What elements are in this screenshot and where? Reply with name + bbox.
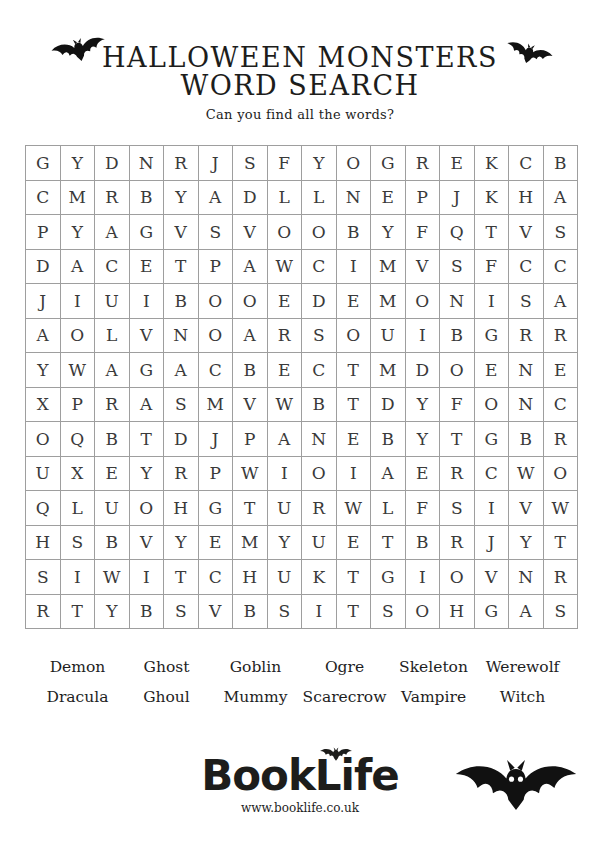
- grid-cell-r5c12[interactable]: O: [406, 284, 441, 319]
- grid-cell-r9c8[interactable]: A: [268, 422, 303, 457]
- grid-cell-r10c4[interactable]: Y: [130, 457, 165, 492]
- word-list-item: Werewolf: [478, 658, 567, 677]
- grid-cell-r2c11[interactable]: E: [371, 181, 406, 216]
- grid-cell-r3c12[interactable]: F: [406, 215, 441, 250]
- word-list-item: Mummy: [211, 688, 300, 707]
- grid-cell-r7c5[interactable]: A: [164, 353, 199, 388]
- grid-cell-r11c10[interactable]: W: [337, 491, 372, 526]
- grid-cell-r10c14[interactable]: C: [475, 457, 510, 492]
- grid-cell-r14c13[interactable]: H: [440, 595, 475, 630]
- grid-cell-r14c3[interactable]: Y: [95, 595, 130, 630]
- grid-cell-r4c15[interactable]: C: [509, 250, 544, 285]
- grid-cell-r11c5[interactable]: H: [164, 491, 199, 526]
- grid-cell-r8c16[interactable]: C: [544, 388, 579, 423]
- grid-cell-r5c10[interactable]: E: [337, 284, 372, 319]
- grid-cell-r1c4[interactable]: N: [130, 146, 165, 181]
- grid-cell-r9c5[interactable]: D: [164, 422, 199, 457]
- grid-cell-r9c9[interactable]: N: [302, 422, 337, 457]
- grid-cell-r8c9[interactable]: B: [302, 388, 337, 423]
- grid-cell-r13c11[interactable]: G: [371, 560, 406, 595]
- grid-cell-r4c14[interactable]: F: [475, 250, 510, 285]
- grid-cell-r3c6[interactable]: S: [199, 215, 234, 250]
- grid-cell-r3c15[interactable]: V: [509, 215, 544, 250]
- grid-cell-r10c11[interactable]: A: [371, 457, 406, 492]
- grid-cell-r7c9[interactable]: C: [302, 353, 337, 388]
- grid-cell-r8c11[interactable]: D: [371, 388, 406, 423]
- page-title-line2: WORD SEARCH: [0, 72, 600, 100]
- grid-cell-r14c1[interactable]: R: [26, 595, 61, 630]
- grid-cell-r5c14[interactable]: I: [475, 284, 510, 319]
- grid-cell-r10c13[interactable]: R: [440, 457, 475, 492]
- grid-cell-r5c9[interactable]: D: [302, 284, 337, 319]
- word-list-item: Skeleton: [389, 658, 478, 677]
- grid-cell-r10c2[interactable]: X: [61, 457, 96, 492]
- grid-cell-r6c1[interactable]: A: [26, 319, 61, 354]
- page-title-line1: HALLOWEEN MONSTERS: [0, 44, 600, 72]
- grid-cell-r2c7[interactable]: D: [233, 181, 268, 216]
- grid-cell-r7c15[interactable]: N: [509, 353, 544, 388]
- grid-cell-r5c11[interactable]: M: [371, 284, 406, 319]
- grid-cell-r10c16[interactable]: O: [544, 457, 579, 492]
- word-list-item: Ghost: [122, 658, 211, 677]
- page-subtitle: Can you find all the words?: [0, 107, 600, 122]
- grid-cell-r11c12[interactable]: F: [406, 491, 441, 526]
- grid-cell-r7c7[interactable]: B: [233, 353, 268, 388]
- grid-cell-r5c3[interactable]: U: [95, 284, 130, 319]
- grid-cell-r7c13[interactable]: O: [440, 353, 475, 388]
- grid-cell-r8c14[interactable]: O: [475, 388, 510, 423]
- grid-cell-r5c15[interactable]: S: [509, 284, 544, 319]
- grid-cell-r6c11[interactable]: U: [371, 319, 406, 354]
- grid-cell-r8c10[interactable]: T: [337, 388, 372, 423]
- grid-cell-r3c5[interactable]: V: [164, 215, 199, 250]
- grid-cell-r12c9[interactable]: U: [302, 526, 337, 561]
- grid-cell-r9c12[interactable]: Y: [406, 422, 441, 457]
- grid-cell-r9c15[interactable]: B: [509, 422, 544, 457]
- grid-cell-r3c11[interactable]: Y: [371, 215, 406, 250]
- grid-cell-r8c13[interactable]: F: [440, 388, 475, 423]
- grid-cell-r6c3[interactable]: L: [95, 319, 130, 354]
- grid-cell-r1c12[interactable]: R: [406, 146, 441, 181]
- word-list-item: Vampire: [389, 688, 478, 707]
- grid-cell-r10c15[interactable]: W: [509, 457, 544, 492]
- grid-cell-r7c4[interactable]: G: [130, 353, 165, 388]
- grid-cell-r5c16[interactable]: A: [544, 284, 579, 319]
- word-list-item: Dracula: [33, 688, 122, 707]
- grid-cell-r11c2[interactable]: L: [61, 491, 96, 526]
- grid-cell-r12c11[interactable]: T: [371, 526, 406, 561]
- grid-cell-r9c2[interactable]: Q: [61, 422, 96, 457]
- word-list-item: Ogre: [300, 658, 389, 677]
- grid-cell-r6c9[interactable]: S: [302, 319, 337, 354]
- bat-icon-bottom-right: [452, 751, 580, 815]
- grid-cell-r13c4[interactable]: I: [130, 560, 165, 595]
- grid-cell-r10c3[interactable]: E: [95, 457, 130, 492]
- grid-cell-r7c1[interactable]: Y: [26, 353, 61, 388]
- grid-cell-r8c7[interactable]: V: [233, 388, 268, 423]
- grid-cell-r3c1[interactable]: P: [26, 215, 61, 250]
- grid-cell-r4c13[interactable]: S: [440, 250, 475, 285]
- grid-cell-r6c13[interactable]: B: [440, 319, 475, 354]
- grid-cell-r7c6[interactable]: C: [199, 353, 234, 388]
- grid-cell-r3c9[interactable]: O: [302, 215, 337, 250]
- grid-cell-r2c12[interactable]: P: [406, 181, 441, 216]
- grid-cell-r1c16[interactable]: B: [544, 146, 579, 181]
- grid-cell-r1c8[interactable]: F: [268, 146, 303, 181]
- header: HALLOWEEN MONSTERS WORD SEARCH Can you f…: [0, 44, 600, 122]
- grid-cell-r5c6[interactable]: O: [199, 284, 234, 319]
- grid-cell-r4c11[interactable]: M: [371, 250, 406, 285]
- grid-cell-r12c16[interactable]: T: [544, 526, 579, 561]
- grid-cell-r10c6[interactable]: P: [199, 457, 234, 492]
- grid-cell-r2c4[interactable]: B: [130, 181, 165, 216]
- grid-cell-r14c7[interactable]: B: [233, 595, 268, 630]
- grid-cell-r12c12[interactable]: B: [406, 526, 441, 561]
- grid-cell-r2c10[interactable]: N: [337, 181, 372, 216]
- grid-cell-r6c5[interactable]: N: [164, 319, 199, 354]
- grid-cell-r8c1[interactable]: X: [26, 388, 61, 423]
- grid-cell-r2c15[interactable]: H: [509, 181, 544, 216]
- grid-cell-r7c3[interactable]: A: [95, 353, 130, 388]
- grid-cell-r1c15[interactable]: C: [509, 146, 544, 181]
- grid-cell-r13c10[interactable]: T: [337, 560, 372, 595]
- grid-cell-r13c8[interactable]: U: [268, 560, 303, 595]
- grid-cell-r2c1[interactable]: C: [26, 181, 61, 216]
- grid-cell-r6c14[interactable]: G: [475, 319, 510, 354]
- word-list-item: Ghoul: [122, 688, 211, 707]
- grid-cell-r7c12[interactable]: D: [406, 353, 441, 388]
- grid-cell-r12c3[interactable]: B: [95, 526, 130, 561]
- grid-cell-r4c1[interactable]: D: [26, 250, 61, 285]
- grid-cell-r11c15[interactable]: V: [509, 491, 544, 526]
- grid-cell-r9c4[interactable]: T: [130, 422, 165, 457]
- grid-cell-r11c1[interactable]: Q: [26, 491, 61, 526]
- grid-cell-r5c7[interactable]: O: [233, 284, 268, 319]
- grid-cell-r3c4[interactable]: G: [130, 215, 165, 250]
- grid-cell-r1c2[interactable]: Y: [61, 146, 96, 181]
- worksheet-page: HALLOWEEN MONSTERS WORD SEARCH Can you f…: [0, 0, 600, 848]
- grid-cell-r12c13[interactable]: R: [440, 526, 475, 561]
- grid-cell-r2c9[interactable]: L: [302, 181, 337, 216]
- bat-icon-logo: [316, 745, 356, 762]
- grid-cell-r14c16[interactable]: S: [544, 595, 579, 630]
- grid-cell-r12c14[interactable]: J: [475, 526, 510, 561]
- grid-cell-r4c6[interactable]: P: [199, 250, 234, 285]
- grid-cell-r11c3[interactable]: U: [95, 491, 130, 526]
- grid-cell-r5c2[interactable]: I: [61, 284, 96, 319]
- grid-cell-r14c11[interactable]: S: [371, 595, 406, 630]
- grid-cell-r10c5[interactable]: R: [164, 457, 199, 492]
- grid-cell-r13c9[interactable]: K: [302, 560, 337, 595]
- grid-cell-r13c16[interactable]: R: [544, 560, 579, 595]
- grid-cell-r13c13[interactable]: O: [440, 560, 475, 595]
- grid-cell-r11c4[interactable]: O: [130, 491, 165, 526]
- grid-cell-r1c13[interactable]: E: [440, 146, 475, 181]
- grid-cell-r9c7[interactable]: P: [233, 422, 268, 457]
- grid-cell-r1c3[interactable]: D: [95, 146, 130, 181]
- grid-cell-r14c6[interactable]: V: [199, 595, 234, 630]
- grid-cell-r9c14[interactable]: G: [475, 422, 510, 457]
- grid-cell-r12c8[interactable]: Y: [268, 526, 303, 561]
- grid-cell-r1c14[interactable]: K: [475, 146, 510, 181]
- grid-cell-r1c7[interactable]: S: [233, 146, 268, 181]
- grid-cell-r8c3[interactable]: R: [95, 388, 130, 423]
- grid-cell-r10c10[interactable]: I: [337, 457, 372, 492]
- word-list-item: Demon: [33, 658, 122, 677]
- grid-cell-r13c15[interactable]: N: [509, 560, 544, 595]
- grid-cell-r7c8[interactable]: E: [268, 353, 303, 388]
- grid-cell-r10c9[interactable]: O: [302, 457, 337, 492]
- grid-cell-r6c10[interactable]: O: [337, 319, 372, 354]
- grid-cell-r1c9[interactable]: Y: [302, 146, 337, 181]
- grid-cell-r3c14[interactable]: T: [475, 215, 510, 250]
- grid-cell-r3c2[interactable]: Y: [61, 215, 96, 250]
- word-list-item: Goblin: [211, 658, 300, 677]
- grid-cell-r3c3[interactable]: A: [95, 215, 130, 250]
- grid-cell-r9c6[interactable]: J: [199, 422, 234, 457]
- grid-cell-r2c16[interactable]: A: [544, 181, 579, 216]
- grid-cell-r3c8[interactable]: O: [268, 215, 303, 250]
- grid-cell-r2c13[interactable]: J: [440, 181, 475, 216]
- grid-cell-r13c3[interactable]: W: [95, 560, 130, 595]
- grid-cell-r4c9[interactable]: C: [302, 250, 337, 285]
- grid-cell-r1c11[interactable]: G: [371, 146, 406, 181]
- grid-cell-r8c2[interactable]: P: [61, 388, 96, 423]
- grid-cell-r4c8[interactable]: W: [268, 250, 303, 285]
- grid-cell-r2c3[interactable]: R: [95, 181, 130, 216]
- word-search-grid: GYDNRJSFYOGREKCBCMRBYADLLNEPJKHAPYAGVSVO…: [25, 145, 578, 629]
- grid-cell-r12c10[interactable]: E: [337, 526, 372, 561]
- grid-cell-r12c7[interactable]: M: [233, 526, 268, 561]
- grid-cell-r8c12[interactable]: Y: [406, 388, 441, 423]
- grid-cell-r2c6[interactable]: A: [199, 181, 234, 216]
- grid-cell-r13c2[interactable]: I: [61, 560, 96, 595]
- grid-cell-r2c2[interactable]: M: [61, 181, 96, 216]
- grid-cell-r5c8[interactable]: E: [268, 284, 303, 319]
- grid-cell-r11c9[interactable]: R: [302, 491, 337, 526]
- grid-cell-r6c6[interactable]: O: [199, 319, 234, 354]
- grid-cell-r11c13[interactable]: S: [440, 491, 475, 526]
- grid-cell-r8c5[interactable]: S: [164, 388, 199, 423]
- grid-cell-r13c1[interactable]: S: [26, 560, 61, 595]
- grid-cell-r8c6[interactable]: M: [199, 388, 234, 423]
- grid-cell-r13c7[interactable]: H: [233, 560, 268, 595]
- grid-cell-r3c10[interactable]: B: [337, 215, 372, 250]
- grid-cell-r9c3[interactable]: B: [95, 422, 130, 457]
- grid-cell-r5c13[interactable]: N: [440, 284, 475, 319]
- grid-cell-r4c2[interactable]: A: [61, 250, 96, 285]
- grid-cell-r6c7[interactable]: A: [233, 319, 268, 354]
- word-list-item: Scarecrow: [300, 688, 389, 707]
- grid-cell-r14c9[interactable]: I: [302, 595, 337, 630]
- grid-cell-r9c16[interactable]: R: [544, 422, 579, 457]
- grid-cell-r7c14[interactable]: E: [475, 353, 510, 388]
- grid-cell-r12c4[interactable]: V: [130, 526, 165, 561]
- grid-cell-r14c5[interactable]: S: [164, 595, 199, 630]
- grid-cell-r14c10[interactable]: T: [337, 595, 372, 630]
- grid-cell-r14c12[interactable]: O: [406, 595, 441, 630]
- grid-cell-r9c11[interactable]: B: [371, 422, 406, 457]
- grid-cell-r7c2[interactable]: W: [61, 353, 96, 388]
- grid-cell-r6c2[interactable]: O: [61, 319, 96, 354]
- grid-cell-r4c7[interactable]: A: [233, 250, 268, 285]
- grid-cell-r6c8[interactable]: R: [268, 319, 303, 354]
- grid-cell-r3c16[interactable]: S: [544, 215, 579, 250]
- grid-cell-r12c5[interactable]: Y: [164, 526, 199, 561]
- grid-cell-r12c1[interactable]: H: [26, 526, 61, 561]
- word-list: DemonGhostGoblinOgreSkeletonWerewolfDrac…: [33, 658, 567, 707]
- grid-cell-r9c1[interactable]: O: [26, 422, 61, 457]
- grid-cell-r4c16[interactable]: C: [544, 250, 579, 285]
- grid-cell-r11c6[interactable]: G: [199, 491, 234, 526]
- grid-cell-r6c12[interactable]: I: [406, 319, 441, 354]
- grid-cell-r14c8[interactable]: S: [268, 595, 303, 630]
- grid-cell-r12c6[interactable]: E: [199, 526, 234, 561]
- grid-cell-r9c13[interactable]: T: [440, 422, 475, 457]
- grid-cell-r11c11[interactable]: L: [371, 491, 406, 526]
- grid-cell-r4c12[interactable]: V: [406, 250, 441, 285]
- grid-cell-r3c7[interactable]: V: [233, 215, 268, 250]
- grid-cell-r12c2[interactable]: S: [61, 526, 96, 561]
- grid-cell-r14c15[interactable]: A: [509, 595, 544, 630]
- grid-cell-r11c14[interactable]: I: [475, 491, 510, 526]
- grid-cell-r14c4[interactable]: B: [130, 595, 165, 630]
- grid-cell-r1c6[interactable]: J: [199, 146, 234, 181]
- grid-cell-r14c2[interactable]: T: [61, 595, 96, 630]
- grid-cell-r10c12[interactable]: E: [406, 457, 441, 492]
- word-list-item: Witch: [478, 688, 567, 707]
- grid-cell-r13c5[interactable]: T: [164, 560, 199, 595]
- grid-cell-r7c16[interactable]: E: [544, 353, 579, 388]
- grid-cell-r11c16[interactable]: W: [544, 491, 579, 526]
- grid-cell-r1c1[interactable]: G: [26, 146, 61, 181]
- grid-cell-r3c13[interactable]: Q: [440, 215, 475, 250]
- grid-cell-r1c5[interactable]: R: [164, 146, 199, 181]
- grid-cell-r11c7[interactable]: T: [233, 491, 268, 526]
- grid-cell-r2c8[interactable]: L: [268, 181, 303, 216]
- grid-cell-r9c10[interactable]: E: [337, 422, 372, 457]
- grid-cell-r2c14[interactable]: K: [475, 181, 510, 216]
- grid-cell-r13c12[interactable]: I: [406, 560, 441, 595]
- grid-cell-r4c5[interactable]: T: [164, 250, 199, 285]
- grid-cell-r13c14[interactable]: V: [475, 560, 510, 595]
- grid-cell-r1c10[interactable]: O: [337, 146, 372, 181]
- grid-cell-r10c7[interactable]: W: [233, 457, 268, 492]
- grid-cell-r8c15[interactable]: N: [509, 388, 544, 423]
- grid-cell-r5c5[interactable]: B: [164, 284, 199, 319]
- grid-cell-r4c10[interactable]: I: [337, 250, 372, 285]
- grid-cell-r5c1[interactable]: J: [26, 284, 61, 319]
- grid-cell-r10c1[interactable]: U: [26, 457, 61, 492]
- grid-cell-r11c8[interactable]: U: [268, 491, 303, 526]
- grid-cell-r6c16[interactable]: R: [544, 319, 579, 354]
- grid-cell-r6c4[interactable]: V: [130, 319, 165, 354]
- grid-cell-r10c8[interactable]: I: [268, 457, 303, 492]
- grid-cell-r13c6[interactable]: C: [199, 560, 234, 595]
- grid-cell-r6c15[interactable]: R: [509, 319, 544, 354]
- grid-cell-r12c15[interactable]: Y: [509, 526, 544, 561]
- grid-cell-r8c4[interactable]: A: [130, 388, 165, 423]
- grid-cell-r5c4[interactable]: I: [130, 284, 165, 319]
- grid-cell-r8c8[interactable]: W: [268, 388, 303, 423]
- grid-cell-r14c14[interactable]: G: [475, 595, 510, 630]
- grid-cell-r4c4[interactable]: E: [130, 250, 165, 285]
- grid-cell-r7c10[interactable]: T: [337, 353, 372, 388]
- grid-cell-r2c5[interactable]: Y: [164, 181, 199, 216]
- grid-cell-r4c3[interactable]: C: [95, 250, 130, 285]
- grid-cell-r7c11[interactable]: M: [371, 353, 406, 388]
